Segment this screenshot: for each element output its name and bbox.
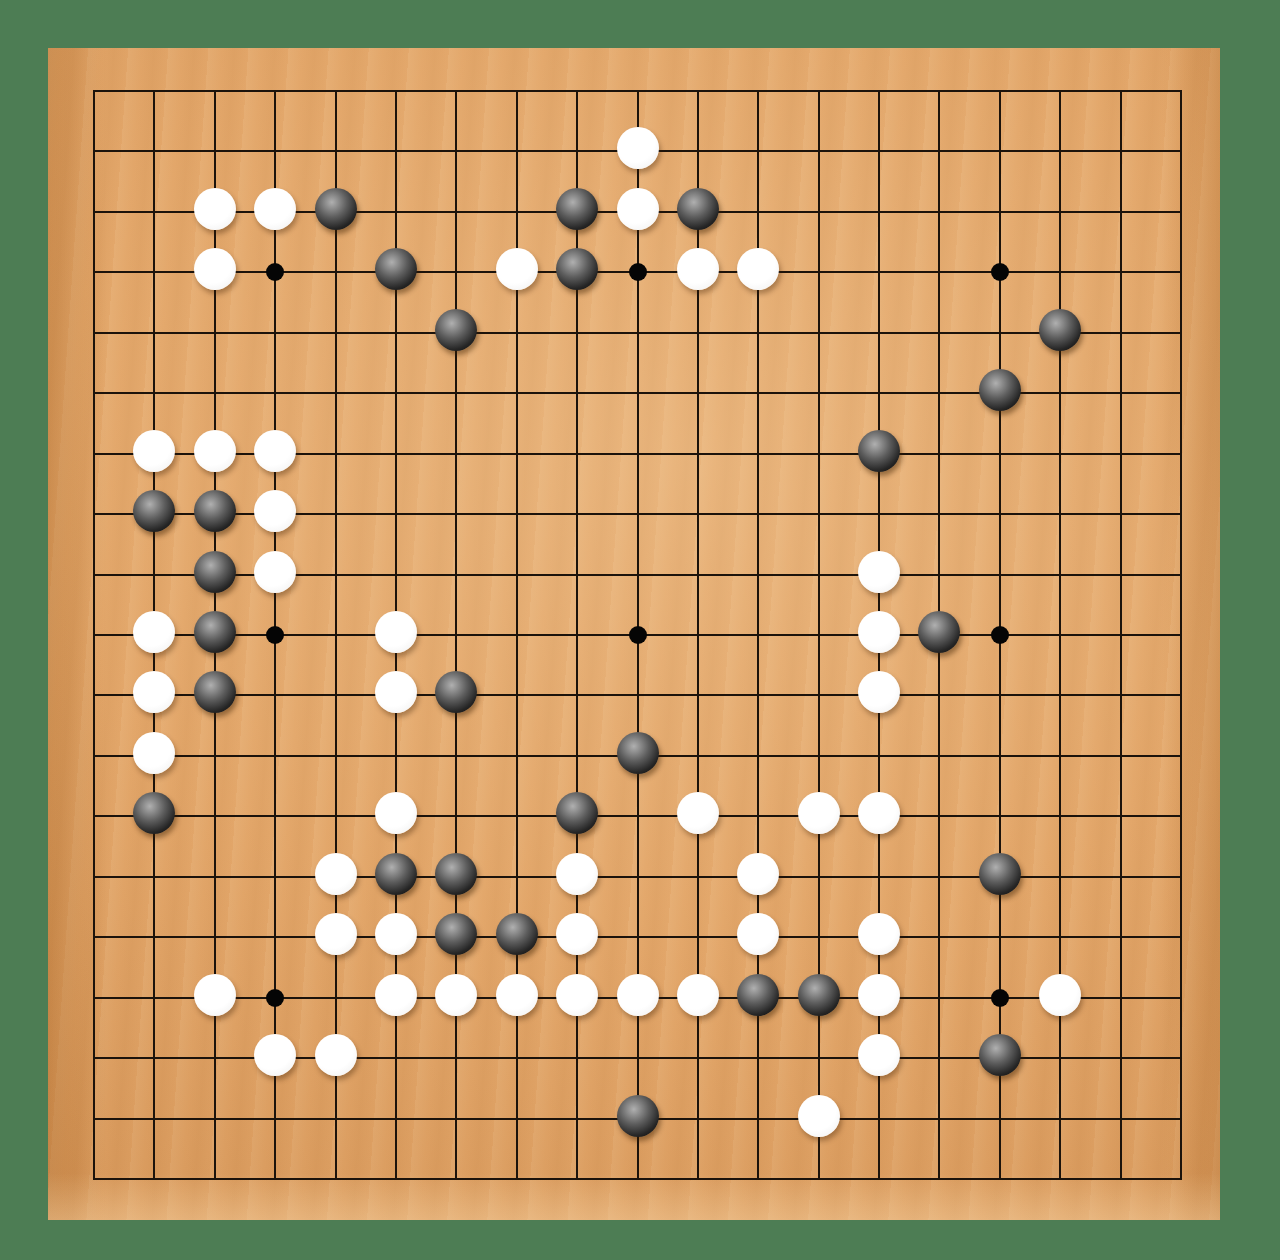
grid-line-horizontal bbox=[93, 815, 1182, 817]
white-stone[interactable] bbox=[375, 974, 417, 1016]
white-stone[interactable] bbox=[375, 671, 417, 713]
goban[interactable] bbox=[48, 48, 1220, 1220]
white-stone[interactable] bbox=[133, 430, 175, 472]
white-stone[interactable] bbox=[375, 611, 417, 653]
black-stone[interactable] bbox=[194, 671, 236, 713]
black-stone[interactable] bbox=[1039, 309, 1081, 351]
white-stone[interactable] bbox=[254, 430, 296, 472]
white-stone[interactable] bbox=[556, 853, 598, 895]
grid-line-vertical bbox=[1059, 90, 1061, 1180]
white-stone[interactable] bbox=[858, 551, 900, 593]
white-stone[interactable] bbox=[496, 248, 538, 290]
black-stone[interactable] bbox=[979, 853, 1021, 895]
black-stone[interactable] bbox=[435, 913, 477, 955]
grid-line-horizontal bbox=[93, 1178, 1182, 1180]
white-stone[interactable] bbox=[133, 611, 175, 653]
black-stone[interactable] bbox=[617, 732, 659, 774]
grid-line-vertical bbox=[818, 90, 820, 1180]
white-stone[interactable] bbox=[858, 974, 900, 1016]
black-stone[interactable] bbox=[798, 974, 840, 1016]
white-stone[interactable] bbox=[617, 974, 659, 1016]
black-stone[interactable] bbox=[194, 551, 236, 593]
star-point bbox=[266, 626, 284, 644]
black-stone[interactable] bbox=[435, 309, 477, 351]
white-stone[interactable] bbox=[858, 913, 900, 955]
white-stone[interactable] bbox=[254, 490, 296, 532]
white-stone[interactable] bbox=[496, 974, 538, 1016]
white-stone[interactable] bbox=[737, 913, 779, 955]
black-stone[interactable] bbox=[556, 248, 598, 290]
star-point bbox=[629, 263, 647, 281]
black-stone[interactable] bbox=[858, 430, 900, 472]
black-stone[interactable] bbox=[375, 248, 417, 290]
white-stone[interactable] bbox=[556, 974, 598, 1016]
white-stone[interactable] bbox=[194, 974, 236, 1016]
black-stone[interactable] bbox=[677, 188, 719, 230]
white-stone[interactable] bbox=[254, 188, 296, 230]
star-point bbox=[266, 989, 284, 1007]
white-stone[interactable] bbox=[315, 1034, 357, 1076]
black-stone[interactable] bbox=[556, 188, 598, 230]
black-stone[interactable] bbox=[435, 671, 477, 713]
white-stone[interactable] bbox=[194, 248, 236, 290]
grid-line-vertical bbox=[1120, 90, 1122, 1180]
black-stone[interactable] bbox=[737, 974, 779, 1016]
black-stone[interactable] bbox=[979, 1034, 1021, 1076]
white-stone[interactable] bbox=[133, 671, 175, 713]
white-stone[interactable] bbox=[798, 1095, 840, 1137]
black-stone[interactable] bbox=[133, 792, 175, 834]
black-stone[interactable] bbox=[918, 611, 960, 653]
white-stone[interactable] bbox=[133, 732, 175, 774]
black-stone[interactable] bbox=[556, 792, 598, 834]
star-point bbox=[991, 989, 1009, 1007]
white-stone[interactable] bbox=[254, 551, 296, 593]
star-point bbox=[266, 263, 284, 281]
white-stone[interactable] bbox=[677, 248, 719, 290]
white-stone[interactable] bbox=[375, 792, 417, 834]
white-stone[interactable] bbox=[737, 248, 779, 290]
grid-line-horizontal bbox=[93, 694, 1182, 696]
white-stone[interactable] bbox=[556, 913, 598, 955]
white-stone[interactable] bbox=[1039, 974, 1081, 1016]
black-stone[interactable] bbox=[617, 1095, 659, 1137]
black-stone[interactable] bbox=[979, 369, 1021, 411]
white-stone[interactable] bbox=[617, 188, 659, 230]
star-point bbox=[991, 626, 1009, 644]
black-stone[interactable] bbox=[194, 611, 236, 653]
white-stone[interactable] bbox=[194, 188, 236, 230]
white-stone[interactable] bbox=[858, 671, 900, 713]
white-stone[interactable] bbox=[858, 1034, 900, 1076]
black-stone[interactable] bbox=[435, 853, 477, 895]
white-stone[interactable] bbox=[254, 1034, 296, 1076]
grid-line-vertical bbox=[1180, 90, 1182, 1180]
black-stone[interactable] bbox=[315, 188, 357, 230]
white-stone[interactable] bbox=[737, 853, 779, 895]
white-stone[interactable] bbox=[617, 127, 659, 169]
white-stone[interactable] bbox=[677, 792, 719, 834]
white-stone[interactable] bbox=[798, 792, 840, 834]
white-stone[interactable] bbox=[315, 913, 357, 955]
black-stone[interactable] bbox=[194, 490, 236, 532]
white-stone[interactable] bbox=[435, 974, 477, 1016]
white-stone[interactable] bbox=[858, 792, 900, 834]
white-stone[interactable] bbox=[858, 611, 900, 653]
white-stone[interactable] bbox=[194, 430, 236, 472]
star-point bbox=[629, 626, 647, 644]
white-stone[interactable] bbox=[677, 974, 719, 1016]
star-point bbox=[991, 263, 1009, 281]
black-stone[interactable] bbox=[133, 490, 175, 532]
white-stone[interactable] bbox=[315, 853, 357, 895]
grid-line-horizontal bbox=[93, 936, 1182, 938]
white-stone[interactable] bbox=[375, 913, 417, 955]
black-stone[interactable] bbox=[496, 913, 538, 955]
black-stone[interactable] bbox=[375, 853, 417, 895]
go-app-background bbox=[0, 0, 1280, 1260]
